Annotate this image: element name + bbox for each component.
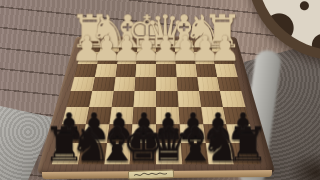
chess-board: ♜♞♝♚♛♝♞♜♟♟♟♟♟♟♟♟♟♟♟♟♟♟♟♟♜♞♝♚♛♝♞♜ (36, 36, 276, 175)
room-photo: ♜♞♝♚♛♝♞♜♟♟♟♟♟♟♟♟♟♟♟♟♟♟♟♟♜♞♝♚♛♝♞♜ (0, 0, 320, 180)
square-c3[interactable] (176, 64, 197, 77)
square-h3[interactable] (74, 64, 97, 77)
board-grid: ♜♞♝♚♛♝♞♜♟♟♟♟♟♟♟♟♟♟♟♟♟♟♟♟♜♞♝♚♛♝♞♜ (52, 41, 260, 165)
square-d4[interactable] (156, 77, 177, 91)
square-g4[interactable] (92, 77, 115, 91)
square-a8[interactable]: ♜ (230, 143, 260, 164)
square-f4[interactable] (113, 77, 135, 91)
square-a4[interactable] (217, 77, 241, 91)
square-f3[interactable] (115, 64, 136, 77)
square-a3[interactable] (215, 64, 238, 77)
plaque-signature-icon (133, 171, 169, 177)
square-b3[interactable] (195, 64, 217, 77)
square-g3[interactable] (95, 64, 117, 77)
board-frame: ♜♞♝♚♛♝♞♜♟♟♟♟♟♟♟♟♟♟♟♟♟♟♟♟♜♞♝♚♛♝♞♜ (36, 36, 276, 175)
square-a2[interactable]: ♟ (212, 52, 234, 64)
square-h4[interactable] (71, 77, 95, 91)
square-c4[interactable] (176, 77, 198, 91)
piece-white-pawn[interactable]: ♟ (209, 32, 241, 64)
maker-plaque (128, 169, 174, 180)
square-d3[interactable] (156, 64, 176, 77)
square-e4[interactable] (135, 77, 156, 91)
square-b4[interactable] (197, 77, 220, 91)
piece-black-rook[interactable]: ♜ (226, 122, 268, 165)
square-e3[interactable] (136, 64, 156, 77)
